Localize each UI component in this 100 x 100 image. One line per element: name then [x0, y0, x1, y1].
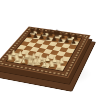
square-b1: ♞: [14, 58, 24, 63]
product-photo-scene: ♜♞♝♛♚♝♞♜♟♟♟♟♟♟♟♟♟♟♟♟♟♟♟♟♜♞♝♛♚♝♞♜: [0, 0, 100, 100]
square-h1: ♜: [55, 65, 65, 71]
chess-box: ♜♞♝♛♚♝♞♜♟♟♟♟♟♟♟♟♟♟♟♟♟♟♟♟♜♞♝♛♚♝♞♜: [0, 26, 90, 77]
square-c3: [27, 51, 37, 56]
square-h6: [68, 44, 77, 49]
